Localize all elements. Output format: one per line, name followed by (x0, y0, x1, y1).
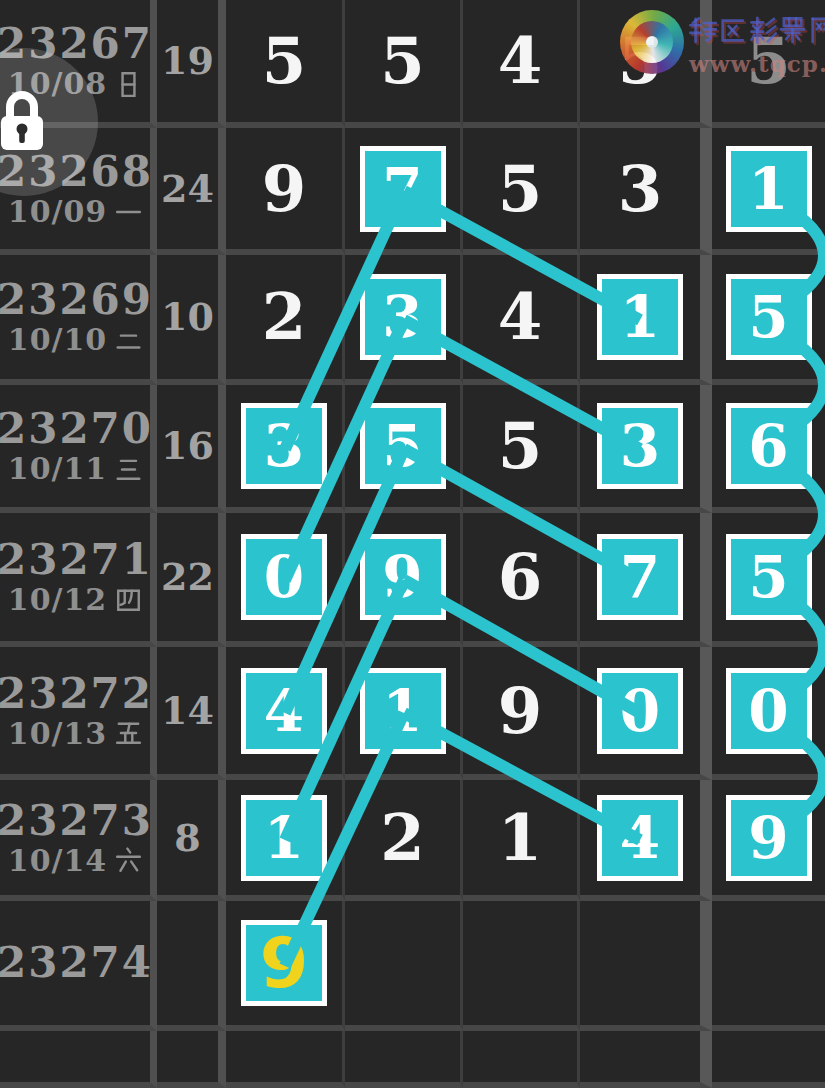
period-cell: 2327210/13 (0, 647, 157, 780)
digit: 6 (498, 545, 543, 609)
digit-cell (712, 901, 825, 1031)
sum-value: 24 (161, 170, 214, 208)
digit-cell: 5 (345, 385, 463, 513)
highlight-box: 9 (726, 795, 812, 881)
period-cell: 2326910/10 (0, 255, 157, 385)
sum-cell: 10 (157, 255, 226, 385)
sum-value: 22 (161, 558, 214, 596)
digit: 1 (498, 806, 543, 870)
digit-cell: 1 (580, 255, 712, 385)
highlighted-digit: 9 (382, 548, 422, 606)
lock-icon (0, 90, 44, 152)
digit-cell: 4 (463, 255, 580, 385)
sum-value: 10 (161, 298, 214, 336)
draw-date: 10/12 (8, 585, 142, 615)
trend-grid: 2326710/0819554552326810/092497531232691… (0, 0, 825, 1088)
highlight-box: 5 (726, 534, 812, 620)
digit-cell: 3 (580, 128, 712, 255)
period-number: 23272 (0, 673, 153, 715)
draw-date: 10/13 (8, 719, 142, 749)
digit-cell: 5 (463, 128, 580, 255)
digit: 2 (262, 285, 307, 349)
highlight-box: 1 (360, 668, 446, 754)
draw-date-text: 10/14 (8, 846, 107, 876)
site-watermark: www.tqcp.net (615, 8, 825, 78)
lock-button[interactable] (0, 90, 44, 154)
digit-cell: 4 (226, 647, 345, 780)
digit-cell: 4 (463, 0, 580, 128)
highlight-box: 0 (597, 668, 683, 754)
highlight-box: 4 (241, 668, 327, 754)
highlight-box: 0 (726, 668, 812, 754)
digit-cell: 4 (580, 780, 712, 901)
highlight-box: 3 (241, 403, 327, 489)
highlighted-digit: 1 (264, 809, 304, 867)
site-logo-icon (620, 10, 684, 74)
highlight-box: 7 (597, 534, 683, 620)
digit-cell: 7 (345, 128, 463, 255)
highlighted-digit: 9 (748, 809, 788, 867)
highlighted-digit: 5 (748, 548, 788, 606)
digit-cell (580, 901, 712, 1031)
site-url: www.tqcp.net (689, 50, 825, 77)
period-number: 23273 (0, 800, 153, 842)
draw-date: 10/09 (8, 197, 142, 227)
draw-date: 10/10 (8, 325, 142, 355)
draw-date-text: 10/12 (8, 585, 107, 615)
draw-date-text: 10/11 (8, 454, 107, 484)
highlighted-digit: 0 (748, 682, 788, 740)
digit: 2 (380, 806, 425, 870)
highlighted-digit: 7 (620, 548, 660, 606)
digit-cell: 1 (463, 780, 580, 901)
digit: 5 (498, 414, 543, 478)
digit-cell (345, 901, 463, 1031)
digit: 4 (498, 29, 543, 93)
highlighted-digit: 1 (382, 682, 422, 740)
period-cell: 23274 (0, 901, 157, 1031)
highlighted-digit: 4 (264, 682, 304, 740)
sum-cell: 14 (157, 647, 226, 780)
highlight-box: 3 (597, 403, 683, 489)
period-cell: 2327010/11 (0, 385, 157, 513)
sum-value: 19 (161, 42, 214, 80)
digit-cell: 2 (345, 780, 463, 901)
digit-cell: 5 (226, 0, 345, 128)
digit-cell (712, 1031, 825, 1088)
digit-cell: 6 (463, 513, 580, 647)
sum-cell: 8 (157, 780, 226, 901)
digit-cell (580, 1031, 712, 1088)
digit: 9 (498, 679, 543, 743)
highlight-box: 6 (726, 403, 812, 489)
sum-value: 16 (161, 427, 214, 465)
digit: 9 (262, 157, 307, 221)
highlighted-digit: 5 (382, 417, 422, 475)
digit-cell: 6 (712, 385, 825, 513)
sum-cell: 16 (157, 385, 226, 513)
highlighted-digit: 4 (620, 809, 660, 867)
highlight-box: 5 (726, 274, 812, 360)
digit: 5 (262, 29, 307, 93)
highlighted-digit: 6 (748, 417, 788, 475)
draw-date-text: 10/10 (8, 325, 107, 355)
site-name (688, 16, 825, 45)
digit: 5 (380, 29, 425, 93)
period-number: 23271 (0, 539, 153, 581)
digit-cell (463, 901, 580, 1031)
digit-cell: 0 (226, 513, 345, 647)
highlight-box: 5 (360, 403, 446, 489)
highlighted-digit: 3 (620, 417, 660, 475)
digit-cell (463, 1031, 580, 1088)
highlight-box: 9 (241, 920, 327, 1006)
digit-cell: 5 (712, 255, 825, 385)
highlighted-digit: 0 (620, 682, 660, 740)
digit-cell: 9 (226, 128, 345, 255)
digit-cell: 2 (226, 255, 345, 385)
digit-cell (226, 1031, 345, 1088)
highlighted-digit: 3 (264, 417, 304, 475)
highlighted-digit: 1 (748, 160, 788, 218)
draw-date-text: 10/09 (8, 197, 107, 227)
digit-cell: 0 (712, 647, 825, 780)
period-number: 23269 (0, 279, 153, 321)
digit-cell: 5 (712, 513, 825, 647)
digit-cell: 9 (345, 513, 463, 647)
digit-cell: 9 (463, 647, 580, 780)
digit-cell: 3 (226, 385, 345, 513)
highlight-box: 1 (726, 146, 812, 232)
highlight-box: 1 (597, 274, 683, 360)
digit-cell (345, 1031, 463, 1088)
digit-cell: 3 (580, 385, 712, 513)
highlight-box: 7 (360, 146, 446, 232)
digit-cell: 5 (345, 0, 463, 128)
sum-cell: 22 (157, 513, 226, 647)
digit-cell: 3 (345, 255, 463, 385)
lottery-trend-chart: 2326710/0819554552326810/092497531232691… (0, 0, 825, 1088)
period-number: 23270 (0, 408, 153, 450)
sum-cell: 19 (157, 0, 226, 128)
digit-cell: 1 (345, 647, 463, 780)
digit-cell: 9 (226, 901, 345, 1031)
period-cell (0, 1031, 157, 1088)
digit-cell: 5 (463, 385, 580, 513)
highlighted-digit: 1 (620, 288, 660, 346)
highlight-box: 9 (360, 534, 446, 620)
digit: 5 (498, 157, 543, 221)
sum-value: 8 (174, 819, 200, 857)
digit-cell: 1 (712, 128, 825, 255)
sum-cell (157, 1031, 226, 1088)
draw-date: 10/11 (8, 454, 142, 484)
digit-cell: 7 (580, 513, 712, 647)
period-number: 23274 (0, 942, 153, 984)
highlight-box: 1 (241, 795, 327, 881)
sum-cell: 24 (157, 128, 226, 255)
highlighted-digit: 5 (748, 288, 788, 346)
draw-date-text: 10/13 (8, 719, 107, 749)
period-cell: 2327310/14 (0, 780, 157, 901)
highlight-box: 4 (597, 795, 683, 881)
draw-date: 10/14 (8, 846, 142, 876)
sum-cell (157, 901, 226, 1031)
period-cell: 2327110/12 (0, 513, 157, 647)
sum-value: 14 (161, 692, 214, 730)
digit-cell: 9 (712, 780, 825, 901)
highlight-box: 3 (360, 274, 446, 360)
highlighted-digit: 9 (260, 928, 309, 998)
highlighted-digit: 0 (264, 548, 304, 606)
digit-cell: 0 (580, 647, 712, 780)
digit: 3 (618, 157, 663, 221)
highlighted-digit: 3 (382, 288, 422, 346)
highlight-box: 0 (241, 534, 327, 620)
digit-cell: 1 (226, 780, 345, 901)
highlighted-digit: 7 (382, 160, 422, 218)
digit: 4 (498, 285, 543, 349)
